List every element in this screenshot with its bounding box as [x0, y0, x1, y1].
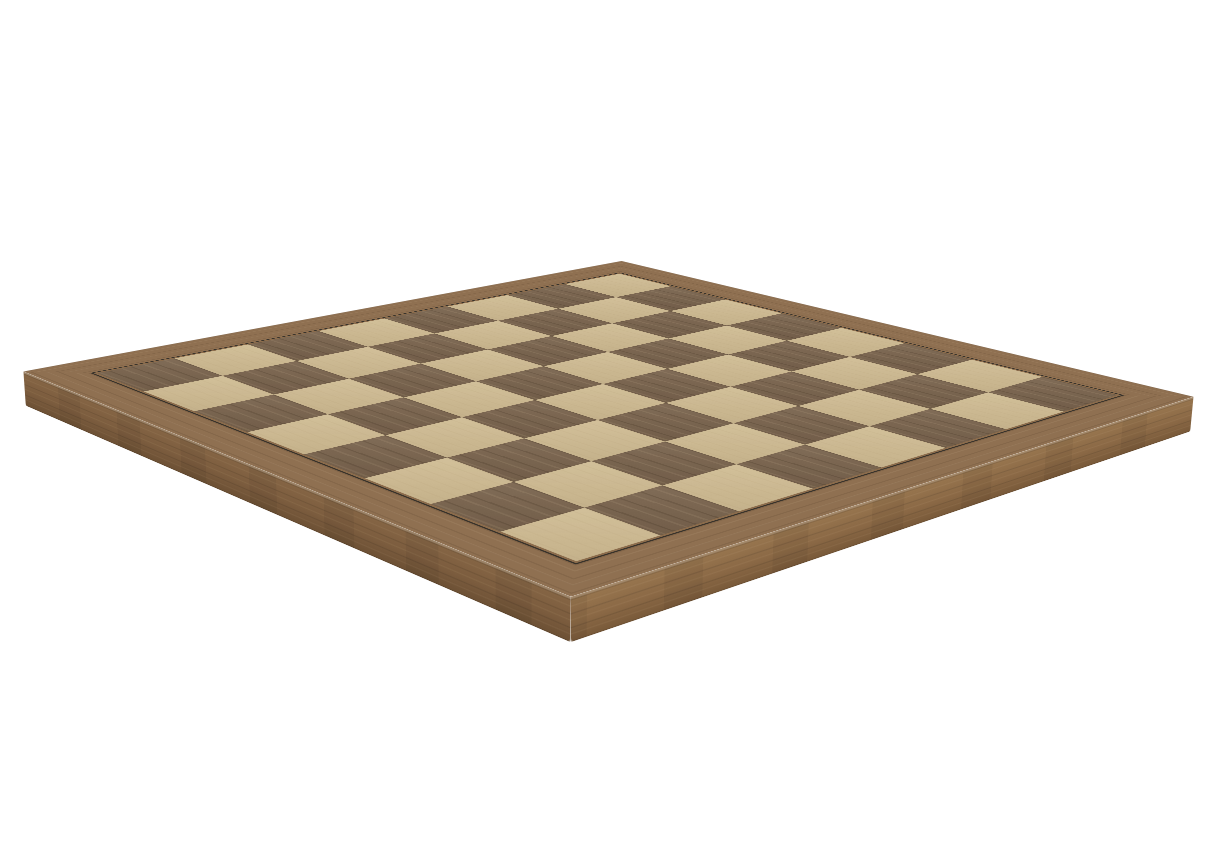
square-h7 [930, 392, 1063, 429]
square-f1 [365, 458, 514, 504]
frame-strip-near [23, 364, 618, 597]
square-g2 [513, 461, 662, 508]
square-g6 [798, 390, 930, 427]
square-b1 [144, 376, 274, 411]
square-h3 [663, 464, 813, 511]
frame-strip-right [528, 387, 1193, 597]
square-f5 [666, 387, 798, 423]
square-h2 [584, 485, 739, 535]
square-f2 [447, 438, 591, 481]
square-g5 [733, 406, 869, 445]
square-f4 [598, 403, 734, 441]
chessboard [23, 261, 1193, 597]
square-c1 [194, 394, 328, 432]
square-d2 [328, 397, 463, 435]
square-d3 [404, 381, 535, 417]
square-e2 [386, 417, 525, 458]
square-d1 [247, 414, 385, 454]
square-g3 [591, 441, 736, 485]
square-h5 [805, 426, 946, 467]
square-e4 [535, 384, 666, 420]
square-h6 [870, 409, 1007, 448]
square-e3 [462, 400, 597, 438]
squares-grid [97, 274, 1117, 561]
square-c2 [274, 379, 404, 415]
square-g1 [430, 482, 584, 532]
square-f3 [525, 420, 665, 461]
square-h1 [500, 508, 660, 562]
product-photo-canvas [0, 0, 1214, 843]
square-g4 [665, 423, 805, 464]
board-top-face [23, 261, 1193, 597]
square-e1 [304, 435, 447, 478]
square-h4 [736, 445, 881, 489]
pinstripe-inlay [90, 273, 1124, 565]
